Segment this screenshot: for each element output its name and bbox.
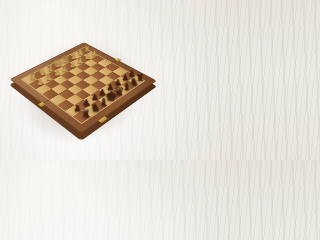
black-rook: ♜: [80, 109, 92, 119]
chess-set-scene: ♜♞♝♚♛♝♞♜♟♟♟♟♟♟♟♟♟♟♟♟♟♟♟♟♜♞♝♚♛♝♞♜: [0, 0, 160, 160]
product-photo: { "game": "chess", "scene": "folding woo…: [0, 0, 160, 160]
white-pawn: ♟: [34, 78, 45, 86]
